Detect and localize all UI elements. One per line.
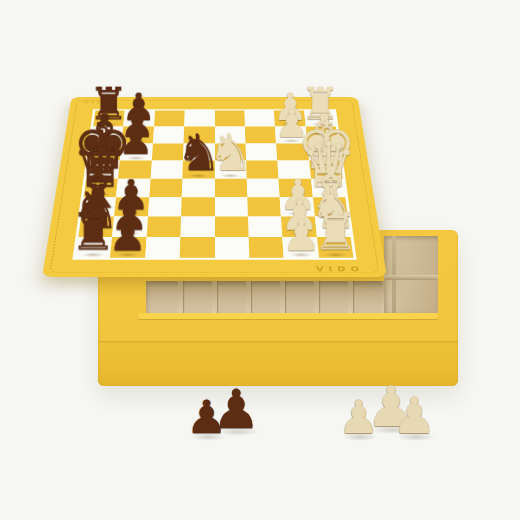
piece-black-pawn[interactable]: ♟ xyxy=(108,214,147,257)
brand-text: VIDO xyxy=(316,266,365,273)
chess-board: ♜♟♟♜♟♟♝♟♝♚♞♞♚♛♛♝♟♟♝♞♟♟♞♜♟♟♜ xyxy=(76,111,354,258)
square-c6[interactable] xyxy=(148,197,182,216)
box-compartment-divider xyxy=(246,281,251,313)
square-a3[interactable] xyxy=(249,237,284,258)
square-e4[interactable]: ♞ xyxy=(215,161,247,179)
board-frame: ♜♟♟♜♟♟♝♟♝♚♞♞♚♛♛♝♟♟♝♞♟♟♞♜♟♟♜ xyxy=(72,109,356,259)
square-d4[interactable] xyxy=(215,179,248,198)
square-a7[interactable]: ♟ xyxy=(110,237,146,258)
box-compartments-side xyxy=(384,236,438,313)
square-b4[interactable] xyxy=(215,217,249,237)
square-a1[interactable]: ♜ xyxy=(317,237,354,258)
square-c5[interactable] xyxy=(181,197,214,216)
box-inner-lip xyxy=(138,313,438,319)
box-compartment-divider xyxy=(178,281,183,313)
square-b6[interactable] xyxy=(146,217,181,237)
square-d5[interactable] xyxy=(182,179,215,198)
square-a5[interactable] xyxy=(180,237,215,258)
piece-white-rook[interactable]: ♜ xyxy=(313,206,359,257)
product-photo-stage: VIDO VIDO ♜♟♟♜♟♟♝♟♝♚♞♞♚♛♛♝♟♟♝♞♟♟♞♜♟♟♜ ♟♟… xyxy=(0,0,520,520)
square-b3[interactable] xyxy=(248,217,283,237)
chess-board-lid: VIDO VIDO ♜♟♟♜♟♟♝♟♝♚♞♞♚♛♛♝♟♟♝♞♟♟♞♜♟♟♜ xyxy=(42,97,387,277)
box-compartment-divider xyxy=(384,275,438,280)
square-d6[interactable] xyxy=(149,179,182,198)
box-compartment-divider xyxy=(348,281,353,313)
box-compartment-divider xyxy=(212,281,217,313)
box-compartments-front xyxy=(146,281,418,313)
square-b5[interactable] xyxy=(180,217,214,237)
box-compartment-divider xyxy=(314,281,319,313)
box-compartment-divider xyxy=(280,281,285,313)
square-a4[interactable] xyxy=(215,237,250,258)
square-c3[interactable] xyxy=(247,197,281,216)
piece-white-knight[interactable]: ♞ xyxy=(208,127,253,178)
square-d3[interactable] xyxy=(247,179,280,198)
captured-dark-pawn[interactable]: ♟ xyxy=(212,383,260,437)
square-a8[interactable]: ♜ xyxy=(76,237,113,258)
board-scene: VIDO VIDO ♜♟♟♜♟♟♝♟♝♚♞♞♚♛♛♝♟♟♝♞♟♟♞♜♟♟♜ xyxy=(42,0,387,277)
captured-light-pawn[interactable]: ♟ xyxy=(392,391,437,441)
square-a6[interactable] xyxy=(145,237,180,258)
square-c4[interactable] xyxy=(215,197,248,216)
